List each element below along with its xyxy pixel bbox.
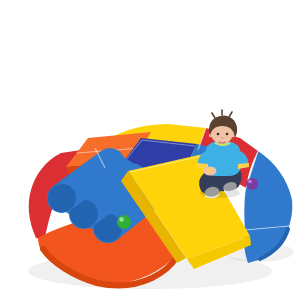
toddler-nose [221, 137, 223, 139]
green-ball-body [117, 215, 131, 229]
toddler-eye-right [226, 133, 229, 136]
green-ball [117, 215, 131, 229]
wave-roll-1-cap [48, 184, 76, 212]
toddler [197, 110, 249, 198]
toddler-eye-left [217, 133, 220, 136]
product-image-canvas [0, 0, 300, 300]
purple-ball [246, 178, 258, 190]
green-ball-highlight [119, 217, 123, 221]
purple-ball-highlight [248, 180, 252, 184]
toddler-toy [207, 168, 211, 172]
purple-ball-body [246, 178, 258, 190]
product-photo [0, 0, 300, 300]
